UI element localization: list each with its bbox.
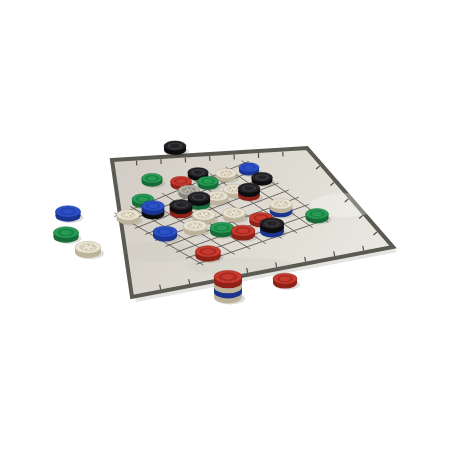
piece-center [222, 274, 234, 280]
piece-speckle [191, 224, 192, 225]
piece-speckle [230, 188, 231, 189]
board-stain [120, 242, 200, 262]
piece-center [202, 249, 213, 254]
piece-speckle [130, 215, 131, 216]
game-scene [0, 0, 452, 452]
piece-black-blue[interactable] [142, 201, 168, 221]
piece-speckle [202, 216, 203, 217]
piece-speckle [192, 188, 193, 189]
board-game-photo [0, 0, 452, 452]
piece-center [61, 230, 72, 235]
piece-speckle [279, 205, 280, 206]
piece-speckle [206, 215, 207, 216]
piece-speckle [204, 212, 205, 213]
piece-speckle [285, 202, 286, 203]
piece-speckle [219, 196, 220, 197]
piece-speckle [92, 245, 93, 246]
piece-center [267, 221, 277, 226]
piece-speckle [229, 172, 230, 173]
piece-speckle [193, 227, 194, 228]
piece-red-black[interactable] [238, 183, 262, 202]
piece-speckle [228, 173, 229, 174]
piece-center [312, 212, 322, 217]
piece-speckle [128, 212, 129, 213]
piece-speckle [88, 245, 89, 246]
piece-speckle [132, 213, 133, 214]
piece-center [147, 176, 156, 180]
piece-center [176, 179, 185, 183]
piece-speckle [238, 211, 239, 212]
piece-speckle [217, 194, 218, 195]
piece-speckle [195, 223, 196, 224]
piece-speckle [126, 216, 127, 217]
piece-red-black[interactable] [170, 200, 195, 220]
piece-center [203, 179, 212, 183]
piece-speckle [232, 190, 233, 191]
piece-speckle [234, 187, 235, 188]
piece-speckle [189, 188, 190, 189]
piece-center [160, 229, 171, 234]
piece-center [257, 175, 266, 179]
piece-speckle [199, 224, 200, 225]
piece-speckle [200, 214, 201, 215]
edge-tick [247, 268, 248, 272]
piece-speckle [236, 213, 237, 214]
piece-speckle [222, 172, 223, 173]
piece-center [245, 165, 254, 169]
piece-speckle [277, 203, 278, 204]
piece-speckle [197, 226, 198, 227]
piece-speckle [215, 197, 216, 198]
piece-center [170, 144, 180, 148]
edge-tick [334, 252, 335, 256]
piece-speckle [191, 190, 192, 191]
piece-blue-black[interactable] [260, 218, 287, 239]
piece-speckle [234, 210, 235, 211]
piece-speckle [232, 214, 233, 215]
edge-tick [276, 263, 277, 267]
piece-speckle [185, 189, 186, 190]
edge-tick [189, 280, 190, 284]
edge-tick [160, 285, 161, 289]
piece-ivory-blue-ivory-red[interactable] [214, 270, 245, 304]
piece-center [217, 225, 227, 230]
piece-center [138, 197, 148, 201]
piece-center [176, 203, 186, 208]
piece-speckle [230, 212, 231, 213]
piece-center [63, 209, 74, 214]
piece-center [280, 276, 291, 281]
piece-center [194, 170, 203, 174]
piece-speckle [187, 191, 188, 192]
piece-speckle [124, 214, 125, 215]
piece-speckle [236, 189, 237, 190]
piece-center [148, 204, 158, 209]
piece-speckle [281, 201, 282, 202]
piece-speckle [220, 194, 221, 195]
piece-center [238, 228, 249, 233]
piece-blue-ivory[interactable] [270, 199, 295, 219]
edge-tick [305, 257, 306, 261]
piece-speckle [90, 248, 91, 249]
piece-speckle [226, 171, 227, 172]
piece-speckle [208, 213, 209, 214]
piece-center [244, 186, 253, 190]
piece-speckle [283, 204, 284, 205]
piece-speckle [83, 246, 84, 247]
piece-center [194, 195, 204, 199]
edge-tick [363, 246, 364, 250]
piece-speckle [86, 248, 87, 249]
piece-speckle [224, 174, 225, 175]
piece-speckle [213, 195, 214, 196]
